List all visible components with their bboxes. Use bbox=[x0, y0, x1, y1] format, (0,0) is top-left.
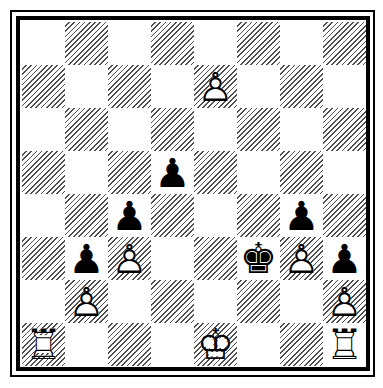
square-b5 bbox=[65, 151, 108, 194]
square-b2: ♟♙ bbox=[65, 280, 108, 323]
square-f5 bbox=[237, 151, 280, 194]
black-pawn-glyph: ♟ bbox=[155, 153, 191, 193]
white-pawn-glyph: ♙ bbox=[69, 282, 105, 322]
square-h7 bbox=[323, 65, 366, 108]
square-h8 bbox=[323, 22, 366, 65]
black-pawn-glyph: ♟ bbox=[112, 196, 148, 236]
white-rook-glyph: ♖ bbox=[25, 324, 63, 366]
square-c6 bbox=[108, 108, 151, 151]
square-h3: ♟ bbox=[323, 237, 366, 280]
square-h5 bbox=[323, 151, 366, 194]
square-c1 bbox=[108, 323, 151, 366]
square-g5 bbox=[280, 151, 323, 194]
square-a4 bbox=[22, 194, 65, 237]
square-a3 bbox=[22, 237, 65, 280]
white-king: ♚♔ bbox=[194, 323, 237, 366]
square-a8 bbox=[22, 22, 65, 65]
white-pawn: ♟♙ bbox=[108, 237, 151, 280]
square-e2 bbox=[194, 280, 237, 323]
black-pawn-glyph: ♟ bbox=[69, 239, 105, 279]
square-a2 bbox=[22, 280, 65, 323]
black-pawn: ♟ bbox=[108, 194, 151, 237]
square-e3 bbox=[194, 237, 237, 280]
black-king: ♚ bbox=[237, 237, 280, 280]
white-pawn-glyph: ♙ bbox=[198, 67, 234, 107]
square-c8 bbox=[108, 22, 151, 65]
square-g2 bbox=[280, 280, 323, 323]
square-g8 bbox=[280, 22, 323, 65]
square-f6 bbox=[237, 108, 280, 151]
square-c4: ♟ bbox=[108, 194, 151, 237]
square-b3: ♟ bbox=[65, 237, 108, 280]
square-g7 bbox=[280, 65, 323, 108]
square-f7 bbox=[237, 65, 280, 108]
square-d1 bbox=[151, 323, 194, 366]
square-e4 bbox=[194, 194, 237, 237]
white-king-glyph: ♔ bbox=[197, 324, 235, 366]
white-pawn: ♟♙ bbox=[280, 237, 323, 280]
square-g3: ♟♙ bbox=[280, 237, 323, 280]
square-c2 bbox=[108, 280, 151, 323]
square-a1: ♜♖ bbox=[22, 323, 65, 366]
square-d5: ♟ bbox=[151, 151, 194, 194]
square-d6 bbox=[151, 108, 194, 151]
square-c3: ♟♙ bbox=[108, 237, 151, 280]
square-f8 bbox=[237, 22, 280, 65]
square-f1 bbox=[237, 323, 280, 366]
black-pawn: ♟ bbox=[65, 237, 108, 280]
white-rook-glyph: ♖ bbox=[326, 324, 364, 366]
square-e8 bbox=[194, 22, 237, 65]
black-pawn: ♟ bbox=[280, 194, 323, 237]
square-f4 bbox=[237, 194, 280, 237]
square-a5 bbox=[22, 151, 65, 194]
white-pawn: ♟♙ bbox=[65, 280, 108, 323]
square-b8 bbox=[65, 22, 108, 65]
chess-diagram: ♟♙♟♟♟♟♟♙♚♟♙♟♟♙♟♙♜♖♚♔♜♖ bbox=[0, 0, 383, 388]
square-g1 bbox=[280, 323, 323, 366]
square-e5 bbox=[194, 151, 237, 194]
white-pawn-glyph: ♙ bbox=[327, 282, 363, 322]
square-h2: ♟♙ bbox=[323, 280, 366, 323]
square-b4 bbox=[65, 194, 108, 237]
square-d4 bbox=[151, 194, 194, 237]
square-g6 bbox=[280, 108, 323, 151]
square-b7 bbox=[65, 65, 108, 108]
square-h1: ♜♖ bbox=[323, 323, 366, 366]
square-e6 bbox=[194, 108, 237, 151]
square-g4: ♟ bbox=[280, 194, 323, 237]
black-king-glyph: ♚ bbox=[240, 238, 278, 280]
black-pawn: ♟ bbox=[323, 237, 366, 280]
square-c5 bbox=[108, 151, 151, 194]
square-f2 bbox=[237, 280, 280, 323]
square-d7 bbox=[151, 65, 194, 108]
board-grid: ♟♙♟♟♟♟♟♙♚♟♙♟♟♙♟♙♜♖♚♔♜♖ bbox=[22, 22, 366, 366]
square-d8 bbox=[151, 22, 194, 65]
black-pawn-glyph: ♟ bbox=[284, 196, 320, 236]
square-e7: ♟♙ bbox=[194, 65, 237, 108]
square-b6 bbox=[65, 108, 108, 151]
square-a7 bbox=[22, 65, 65, 108]
square-c7 bbox=[108, 65, 151, 108]
square-e1: ♚♔ bbox=[194, 323, 237, 366]
white-pawn-glyph: ♙ bbox=[112, 239, 148, 279]
square-h6 bbox=[323, 108, 366, 151]
white-rook: ♜♖ bbox=[323, 323, 366, 366]
square-a6 bbox=[22, 108, 65, 151]
square-d3 bbox=[151, 237, 194, 280]
black-pawn-glyph: ♟ bbox=[327, 239, 363, 279]
square-f3: ♚ bbox=[237, 237, 280, 280]
white-pawn: ♟♙ bbox=[194, 65, 237, 108]
black-pawn: ♟ bbox=[151, 151, 194, 194]
square-b1 bbox=[65, 323, 108, 366]
square-h4 bbox=[323, 194, 366, 237]
square-d2 bbox=[151, 280, 194, 323]
white-rook: ♜♖ bbox=[22, 323, 65, 366]
white-pawn-glyph: ♙ bbox=[284, 239, 320, 279]
white-pawn: ♟♙ bbox=[323, 280, 366, 323]
